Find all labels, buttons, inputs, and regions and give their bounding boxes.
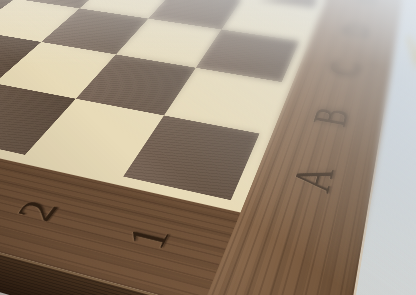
scene: 87654321 ABCDEFGH [0,0,416,295]
chess-board: 87654321 ABCDEFGH [0,0,416,295]
board-photo: 87654321 ABCDEFGH [0,0,416,295]
